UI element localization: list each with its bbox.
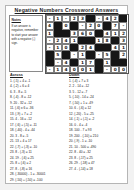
down-clues-column: Down 1. (-4) + 7 = 32. 2 - 14 = -123. 5 …: [69, 73, 127, 172]
black-cell: [86, 51, 94, 58]
grid-cell: -: [119, 22, 127, 29]
grid-cell: 1: [78, 59, 86, 66]
grid-cell: -: [46, 15, 54, 22]
black-cell: [111, 51, 119, 58]
grid-cell: 1: [70, 37, 78, 44]
grid-cell: 2: [119, 51, 127, 58]
grid-cell: 2: [111, 15, 119, 22]
grid-cell: 0: [62, 22, 70, 29]
black-cell: [62, 51, 70, 58]
grid-cell: 8: [103, 37, 111, 44]
black-cell: [103, 22, 111, 29]
grid-cell: 4: [62, 66, 70, 73]
notes-heading: Notes: [12, 18, 41, 22]
black-cell: [46, 59, 54, 66]
grid-cell: -: [95, 15, 103, 22]
grid-cell: -: [62, 15, 70, 22]
grid-cell: 1: [54, 15, 62, 22]
grid-cell: 1: [46, 30, 54, 37]
grid-cell: 0: [62, 44, 70, 51]
grid-cell: -: [78, 22, 86, 29]
grid-cell: -: [95, 51, 103, 58]
crossword-grid: -1-23-4240-207-1360412-241183-1024415-1-…: [45, 14, 129, 74]
grid-cell: -: [70, 51, 78, 58]
black-cell: [95, 59, 103, 66]
grid-cell: -: [46, 44, 54, 51]
grid-cell: 0: [70, 66, 78, 73]
across-clues-column: Across 1. (-5) + 4 = -14. (-2) + 6 = 46.…: [10, 73, 66, 183]
grid-cell: 7: [86, 59, 94, 66]
black-cell: [103, 44, 111, 51]
black-cell: [54, 22, 62, 29]
grid-cell: 1: [54, 66, 62, 73]
grid-cell: 7: [111, 22, 119, 29]
black-cell: [62, 30, 70, 37]
black-cell: [70, 59, 78, 66]
across-heading: Across: [10, 73, 66, 77]
grid-cell: 1: [86, 66, 94, 73]
grid-cell: -: [46, 66, 54, 73]
black-cell: [119, 59, 127, 66]
grid-cell: -: [46, 37, 54, 44]
black-cell: [70, 22, 78, 29]
grid-cell: 4: [86, 44, 94, 51]
black-cell: [86, 37, 94, 44]
grid-cell: 1: [95, 37, 103, 44]
grid-cell: 1: [119, 44, 127, 51]
black-cell: [95, 66, 103, 73]
black-cell: [119, 15, 127, 22]
black-cell: [46, 51, 54, 58]
grid-cell: 2: [78, 44, 86, 51]
black-cell: [54, 30, 62, 37]
down-heading: Down: [69, 73, 127, 77]
grid-cell: -: [103, 66, 111, 73]
grid-cell: 2: [86, 22, 94, 29]
black-cell: [95, 30, 103, 37]
grid-cell: 4: [103, 15, 111, 22]
grid-cell: 2: [70, 15, 78, 22]
across-clues-list: 1. (-5) + 4 = -14. (-2) + 6 = 46. 3 - 8 …: [10, 79, 66, 184]
grid-cell: 2: [119, 30, 127, 37]
grid-cell: 3: [119, 37, 127, 44]
grid-cell: 0: [119, 66, 127, 73]
down-clues-list: 1. (-4) + 7 = 32. 2 - 14 = -123. 5 - 12 …: [69, 79, 127, 173]
grid-cell: 1: [54, 44, 62, 51]
grid-cell: 4: [62, 37, 70, 44]
grid-cell: 4: [62, 59, 70, 66]
grid-cell: 4: [111, 44, 119, 51]
worksheet-page: Negative Numbers Crossword Answers Notes…: [5, 5, 128, 184]
grid-cell: 5: [103, 51, 111, 58]
clue-item: 27. 4 - (-14) = 18: [69, 167, 127, 173]
grid-cell: 4: [46, 22, 54, 29]
grid-cell: 0: [78, 66, 86, 73]
black-cell: [86, 15, 94, 22]
grid-cell: 3: [78, 15, 86, 22]
grid-cell: 1: [111, 30, 119, 37]
grid-cell: -: [54, 59, 62, 66]
black-cell: [111, 37, 119, 44]
grid-cell: 0: [95, 22, 103, 29]
grid-cell: 0: [86, 30, 94, 37]
black-cell: [78, 37, 86, 44]
grid-cell: 0: [111, 66, 119, 73]
grid-cell: 3: [70, 30, 78, 37]
grid-cell: 4: [103, 30, 111, 37]
grid-cell: 1: [103, 59, 111, 66]
black-cell: [111, 59, 119, 66]
grid-cell: 6: [78, 30, 86, 37]
grid-cell: 2: [54, 37, 62, 44]
black-cell: [95, 44, 103, 51]
notes-text: If an answer is negative, remember to st…: [12, 24, 41, 45]
page-title: Negative Numbers Crossword Answers: [6, 7, 127, 13]
grid-cell: 5: [54, 51, 62, 58]
notes-box: Notes If an answer is negative, remember…: [9, 15, 43, 72]
clue-item: 29. (-50) + (-50) = -100: [10, 178, 66, 184]
grid-cell: 1: [78, 51, 86, 58]
black-cell: [70, 44, 78, 51]
